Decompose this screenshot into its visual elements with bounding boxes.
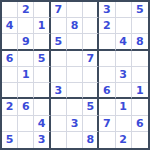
- cell-r3c9[interactable]: 8: [132, 34, 148, 50]
- cell-r2c4[interactable]: [51, 18, 67, 34]
- cell-r9c5[interactable]: [67, 132, 83, 148]
- cell-r1c1[interactable]: [2, 2, 18, 18]
- cell-r5c1[interactable]: [2, 67, 18, 83]
- cell-r7c9[interactable]: [132, 99, 148, 115]
- cell-r6c4[interactable]: 3: [51, 83, 67, 99]
- cell-r4c7[interactable]: [99, 51, 115, 67]
- cell-r6c7[interactable]: 6: [99, 83, 115, 99]
- cell-r2c1[interactable]: 4: [2, 18, 18, 34]
- cell-r9c1[interactable]: 5: [2, 132, 18, 148]
- cell-r6c6[interactable]: [83, 83, 99, 99]
- cell-r6c1[interactable]: [2, 83, 18, 99]
- cell-r2c2[interactable]: [18, 18, 34, 34]
- cell-r4c5[interactable]: [67, 51, 83, 67]
- cell-r5c7[interactable]: [99, 67, 115, 83]
- cell-r7c8[interactable]: 1: [116, 99, 132, 115]
- cell-r7c2[interactable]: 6: [18, 99, 34, 115]
- cell-r4c6[interactable]: 7: [83, 51, 99, 67]
- cell-r5c3[interactable]: [34, 67, 50, 83]
- cell-r1c6[interactable]: [83, 2, 99, 18]
- cell-r2c9[interactable]: [132, 18, 148, 34]
- cell-r9c4[interactable]: [51, 132, 67, 148]
- cell-r1c2[interactable]: 2: [18, 2, 34, 18]
- cell-r3c4[interactable]: 5: [51, 34, 67, 50]
- cell-r3c7[interactable]: [99, 34, 115, 50]
- cell-r9c8[interactable]: 2: [116, 132, 132, 148]
- cell-r2c7[interactable]: 2: [99, 18, 115, 34]
- cell-r3c6[interactable]: [83, 34, 99, 50]
- cell-r7c3[interactable]: [34, 99, 50, 115]
- cell-r2c6[interactable]: [83, 18, 99, 34]
- cell-r5c8[interactable]: 3: [116, 67, 132, 83]
- cell-r6c9[interactable]: 1: [132, 83, 148, 99]
- cell-r5c9[interactable]: [132, 67, 148, 83]
- cell-r2c5[interactable]: 8: [67, 18, 83, 34]
- cell-r3c3[interactable]: [34, 34, 50, 50]
- cell-r8c1[interactable]: [2, 116, 18, 132]
- cell-r9c3[interactable]: 3: [34, 132, 50, 148]
- cell-r4c8[interactable]: [116, 51, 132, 67]
- cell-r8c7[interactable]: 7: [99, 116, 115, 132]
- cell-r9c9[interactable]: [132, 132, 148, 148]
- cell-r1c9[interactable]: 5: [132, 2, 148, 18]
- cell-r8c4[interactable]: [51, 116, 67, 132]
- cell-r8c9[interactable]: 6: [132, 116, 148, 132]
- cell-r6c8[interactable]: [116, 83, 132, 99]
- cell-r5c6[interactable]: [83, 67, 99, 83]
- cell-r8c5[interactable]: 3: [67, 116, 83, 132]
- cell-r6c3[interactable]: [34, 83, 50, 99]
- cell-r4c2[interactable]: [18, 51, 34, 67]
- cell-r5c2[interactable]: 1: [18, 67, 34, 83]
- cell-r9c2[interactable]: [18, 132, 34, 148]
- cell-r5c4[interactable]: [51, 67, 67, 83]
- cell-r7c7[interactable]: [99, 99, 115, 115]
- cell-r4c9[interactable]: [132, 51, 148, 67]
- cell-r3c5[interactable]: [67, 34, 83, 50]
- cell-r9c7[interactable]: [99, 132, 115, 148]
- cell-r7c1[interactable]: 2: [2, 99, 18, 115]
- cell-r4c1[interactable]: 6: [2, 51, 18, 67]
- cell-r8c2[interactable]: [18, 116, 34, 132]
- cell-r7c6[interactable]: 5: [83, 99, 99, 115]
- cell-r8c8[interactable]: [116, 116, 132, 132]
- cell-r7c5[interactable]: [67, 99, 83, 115]
- cell-r1c5[interactable]: [67, 2, 83, 18]
- cell-r2c3[interactable]: 1: [34, 18, 50, 34]
- cell-r5c5[interactable]: [67, 67, 83, 83]
- cell-r1c8[interactable]: [116, 2, 132, 18]
- cell-r8c6[interactable]: [83, 116, 99, 132]
- cell-r3c8[interactable]: 4: [116, 34, 132, 50]
- cell-r4c4[interactable]: [51, 51, 67, 67]
- sudoku-board: 27354182954865713361265143765382: [0, 0, 150, 150]
- cell-r1c4[interactable]: 7: [51, 2, 67, 18]
- cell-r2c8[interactable]: [116, 18, 132, 34]
- cell-r8c3[interactable]: 4: [34, 116, 50, 132]
- cell-r6c5[interactable]: [67, 83, 83, 99]
- cell-r1c7[interactable]: 3: [99, 2, 115, 18]
- cell-r9c6[interactable]: 8: [83, 132, 99, 148]
- cell-r6c2[interactable]: [18, 83, 34, 99]
- cell-r1c3[interactable]: [34, 2, 50, 18]
- cell-r3c2[interactable]: 9: [18, 34, 34, 50]
- cell-r3c1[interactable]: [2, 34, 18, 50]
- cell-r7c4[interactable]: [51, 99, 67, 115]
- cell-r4c3[interactable]: 5: [34, 51, 50, 67]
